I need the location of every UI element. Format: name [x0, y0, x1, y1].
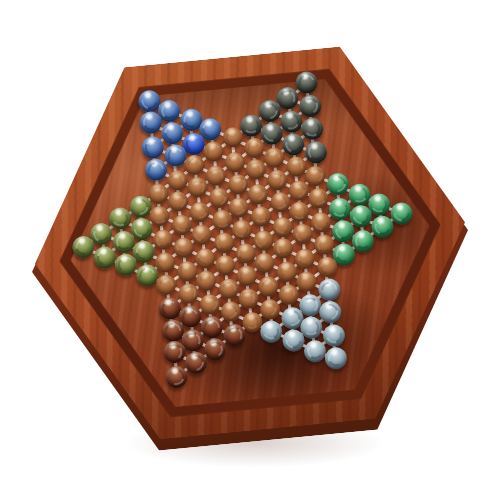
- product-photo-stage: [0, 0, 500, 500]
- star-lattice-layer: [0, 0, 500, 500]
